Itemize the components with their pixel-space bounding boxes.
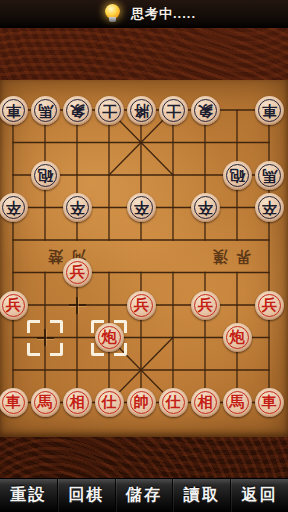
board-point[interactable] — [157, 321, 189, 354]
board-point[interactable] — [157, 126, 189, 159]
piece-glyph: 象 — [70, 103, 85, 118]
board-point[interactable] — [157, 256, 189, 289]
piece-red-馬[interactable]: 馬 — [31, 388, 60, 417]
piece-red-兵[interactable]: 兵 — [127, 291, 156, 320]
piece-red-炮[interactable]: 炮 — [223, 323, 252, 352]
bottom-toolbar: 重設 回棋 儲存 讀取 返回 — [0, 478, 288, 512]
piece-black-馬[interactable]: 馬 — [31, 96, 60, 125]
board-point[interactable] — [221, 224, 253, 257]
board-point[interactable] — [221, 94, 253, 127]
board-point[interactable] — [189, 354, 221, 387]
piece-glyph: 砲 — [38, 168, 53, 183]
piece-glyph: 仕 — [166, 395, 181, 410]
board-point[interactable] — [93, 224, 125, 257]
piece-black-卒[interactable]: 卒 — [255, 193, 284, 222]
reset-button[interactable]: 重設 — [0, 479, 57, 512]
lightbulb-icon — [104, 4, 120, 25]
board-point[interactable] — [29, 191, 61, 224]
piece-black-卒[interactable]: 卒 — [127, 193, 156, 222]
board-point[interactable] — [221, 126, 253, 159]
piece-glyph: 兵 — [134, 298, 149, 313]
piece-black-車[interactable]: 車 — [0, 96, 28, 125]
board-point[interactable] — [93, 256, 125, 289]
board-point[interactable] — [61, 321, 93, 354]
board-point[interactable] — [29, 224, 61, 257]
piece-black-車[interactable]: 車 — [255, 96, 284, 125]
board-point[interactable] — [157, 224, 189, 257]
piece-red-兵[interactable]: 兵 — [255, 291, 284, 320]
piece-black-砲[interactable]: 砲 — [223, 161, 252, 190]
piece-black-象[interactable]: 象 — [191, 96, 220, 125]
board-point[interactable] — [0, 224, 29, 257]
piece-red-兵[interactable]: 兵 — [0, 291, 28, 320]
piece-glyph: 卒 — [6, 200, 21, 215]
piece-glyph: 車 — [6, 395, 21, 410]
piece-glyph: 士 — [102, 103, 117, 118]
piece-glyph: 卒 — [262, 200, 277, 215]
piece-glyph: 兵 — [262, 298, 277, 313]
board-point[interactable] — [93, 289, 125, 322]
board-point[interactable] — [189, 126, 221, 159]
board-point[interactable] — [61, 289, 93, 322]
lightbulb-base — [109, 17, 116, 22]
board-point[interactable] — [253, 354, 285, 387]
board-point[interactable] — [93, 159, 125, 192]
piece-glyph: 帥 — [134, 395, 149, 410]
board-point[interactable] — [29, 289, 61, 322]
piece-red-仕[interactable]: 仕 — [95, 388, 124, 417]
board-point[interactable] — [125, 224, 157, 257]
board-point[interactable] — [157, 159, 189, 192]
save-button[interactable]: 儲存 — [115, 479, 173, 512]
piece-red-相[interactable]: 相 — [63, 388, 92, 417]
board-point[interactable] — [61, 159, 93, 192]
piece-glyph: 炮 — [230, 330, 245, 345]
board-point[interactable] — [253, 126, 285, 159]
piece-red-炮[interactable]: 炮 — [95, 323, 124, 352]
board-point[interactable] — [189, 321, 221, 354]
board-point[interactable] — [157, 191, 189, 224]
piece-black-卒[interactable]: 卒 — [0, 193, 28, 222]
piece-red-車[interactable]: 車 — [255, 388, 284, 417]
piece-black-砲[interactable]: 砲 — [31, 161, 60, 190]
board-point[interactable] — [29, 256, 61, 289]
thinking-status-text: 思考中..... — [131, 0, 196, 28]
piece-glyph: 相 — [198, 395, 213, 410]
board-point[interactable] — [221, 256, 253, 289]
piece-glyph: 仕 — [102, 395, 117, 410]
piece-glyph: 將 — [134, 103, 149, 118]
load-button[interactable]: 讀取 — [172, 479, 230, 512]
piece-glyph: 士 — [166, 103, 181, 118]
board-point[interactable] — [189, 256, 221, 289]
board-point[interactable] — [29, 321, 61, 354]
board-point[interactable] — [189, 159, 221, 192]
board-point[interactable] — [61, 354, 93, 387]
piece-black-士[interactable]: 士 — [159, 96, 188, 125]
piece-red-兵[interactable]: 兵 — [63, 258, 92, 287]
piece-glyph: 炮 — [102, 330, 117, 345]
board-point[interactable] — [29, 354, 61, 387]
board-point[interactable] — [93, 354, 125, 387]
piece-glyph: 馬 — [38, 103, 53, 118]
piece-glyph: 卒 — [134, 200, 149, 215]
piece-black-士[interactable]: 士 — [95, 96, 124, 125]
board-point[interactable] — [0, 354, 29, 387]
board-point[interactable] — [125, 126, 157, 159]
board-point[interactable] — [61, 224, 93, 257]
piece-red-仕[interactable]: 仕 — [159, 388, 188, 417]
piece-glyph: 兵 — [70, 265, 85, 280]
board-point[interactable] — [125, 354, 157, 387]
piece-black-馬[interactable]: 馬 — [255, 161, 284, 190]
piece-glyph: 馬 — [38, 395, 53, 410]
board-point[interactable] — [157, 289, 189, 322]
board-point[interactable] — [61, 126, 93, 159]
board-point[interactable] — [189, 224, 221, 257]
status-bar: 思考中..... — [0, 0, 288, 28]
piece-black-象[interactable]: 象 — [63, 96, 92, 125]
piece-black-將[interactable]: 將 — [127, 96, 156, 125]
piece-glyph: 相 — [70, 395, 85, 410]
board-point[interactable] — [253, 256, 285, 289]
back-button[interactable]: 返回 — [230, 479, 288, 512]
board-point[interactable] — [157, 354, 189, 387]
board-point[interactable] — [0, 126, 29, 159]
board: 河楚 界漢 車馬象士將士象車砲砲馬卒卒卒卒卒兵兵兵兵兵炮炮車馬相仕帥仕相馬車 — [0, 80, 288, 437]
board-point[interactable] — [0, 256, 29, 289]
piece-glyph: 兵 — [198, 298, 213, 313]
board-point[interactable] — [221, 191, 253, 224]
piece-glyph: 馬 — [262, 168, 277, 183]
board-point[interactable] — [29, 126, 61, 159]
piece-red-馬[interactable]: 馬 — [223, 388, 252, 417]
board-point[interactable] — [0, 159, 29, 192]
piece-red-車[interactable]: 車 — [0, 388, 28, 417]
piece-glyph: 砲 — [230, 168, 245, 183]
piece-glyph: 車 — [262, 395, 277, 410]
board-point[interactable] — [125, 321, 157, 354]
board-point[interactable] — [253, 321, 285, 354]
board-point[interactable] — [253, 224, 285, 257]
piece-glyph: 車 — [262, 103, 277, 118]
undo-button[interactable]: 回棋 — [57, 479, 115, 512]
app-screen: 思考中..... — [0, 0, 288, 512]
board-point[interactable] — [221, 289, 253, 322]
piece-glyph: 卒 — [198, 200, 213, 215]
board-point[interactable] — [125, 159, 157, 192]
piece-glyph: 車 — [6, 103, 21, 118]
board-point[interactable] — [93, 191, 125, 224]
board-point-grid — [0, 94, 285, 419]
piece-black-卒[interactable]: 卒 — [63, 193, 92, 222]
piece-glyph: 兵 — [6, 298, 21, 313]
piece-glyph: 卒 — [70, 200, 85, 215]
piece-glyph: 馬 — [230, 395, 245, 410]
board-point[interactable] — [0, 321, 29, 354]
board-point[interactable] — [221, 354, 253, 387]
board-point[interactable] — [125, 256, 157, 289]
piece-red-相[interactable]: 相 — [191, 388, 220, 417]
piece-red-帥[interactable]: 帥 — [127, 388, 156, 417]
piece-black-卒[interactable]: 卒 — [191, 193, 220, 222]
piece-glyph: 象 — [198, 103, 213, 118]
piece-red-兵[interactable]: 兵 — [191, 291, 220, 320]
board-point[interactable] — [93, 126, 125, 159]
